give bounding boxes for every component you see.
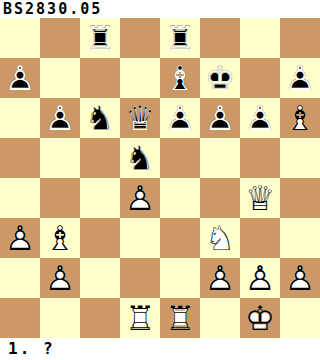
piece-fill-layer: ♟ xyxy=(0,218,40,258)
piece-outline-layer: ♙ xyxy=(0,218,40,258)
piece-fill-layer: ♛ xyxy=(120,98,160,138)
piece-black-queen: ♛♕ xyxy=(120,98,160,138)
square-e5[interactable] xyxy=(160,138,200,178)
square-g2[interactable]: ♟♙ xyxy=(240,258,280,298)
piece-outline-layer: ♙ xyxy=(0,58,40,98)
piece-outline-layer: ♗ xyxy=(280,98,320,138)
piece-outline-layer: ♖ xyxy=(120,298,160,338)
piece-black-rook: ♜♖ xyxy=(80,18,120,58)
piece-fill-layer: ♟ xyxy=(0,58,40,98)
square-d4[interactable]: ♟♙ xyxy=(120,178,160,218)
piece-white-pawn: ♟♙ xyxy=(120,178,160,218)
piece-white-pawn: ♟♙ xyxy=(40,258,80,298)
move-prompt: 1. ? xyxy=(8,338,55,360)
piece-outline-layer: ♖ xyxy=(160,18,200,58)
square-e6[interactable]: ♟♙ xyxy=(160,98,200,138)
square-a6[interactable] xyxy=(0,98,40,138)
square-b6[interactable]: ♟♙ xyxy=(40,98,80,138)
piece-outline-layer: ♙ xyxy=(40,98,80,138)
piece-outline-layer: ♘ xyxy=(80,98,120,138)
piece-outline-layer: ♙ xyxy=(200,98,240,138)
puzzle-title: BS2830.05 xyxy=(3,0,102,18)
square-b3[interactable]: ♝♗ xyxy=(40,218,80,258)
square-a2[interactable] xyxy=(0,258,40,298)
chess-app-window: BS2830.05 ♜♖♜♖♟♙♝♗♚♔♟♙♟♙♞♘♛♕♟♙♟♙♟♙♝♗♞♘♟♙… xyxy=(0,0,320,360)
piece-white-king: ♚♔ xyxy=(240,298,280,338)
piece-fill-layer: ♟ xyxy=(200,98,240,138)
square-g8[interactable] xyxy=(240,18,280,58)
piece-fill-layer: ♜ xyxy=(80,18,120,58)
square-f4[interactable] xyxy=(200,178,240,218)
square-c3[interactable] xyxy=(80,218,120,258)
piece-black-pawn: ♟♙ xyxy=(240,98,280,138)
square-b2[interactable]: ♟♙ xyxy=(40,258,80,298)
square-h2[interactable]: ♟♙ xyxy=(280,258,320,298)
piece-outline-layer: ♙ xyxy=(240,98,280,138)
square-g4[interactable]: ♛♕ xyxy=(240,178,280,218)
square-g3[interactable] xyxy=(240,218,280,258)
square-h1[interactable] xyxy=(280,298,320,338)
square-e3[interactable] xyxy=(160,218,200,258)
square-g1[interactable]: ♚♔ xyxy=(240,298,280,338)
square-b8[interactable] xyxy=(40,18,80,58)
piece-outline-layer: ♙ xyxy=(240,258,280,298)
piece-white-bishop: ♝♗ xyxy=(40,218,80,258)
piece-outline-layer: ♙ xyxy=(120,178,160,218)
square-c4[interactable] xyxy=(80,178,120,218)
square-a8[interactable] xyxy=(0,18,40,58)
piece-fill-layer: ♜ xyxy=(120,298,160,338)
square-b7[interactable] xyxy=(40,58,80,98)
square-f8[interactable] xyxy=(200,18,240,58)
piece-white-queen: ♛♕ xyxy=(240,178,280,218)
square-e8[interactable]: ♜♖ xyxy=(160,18,200,58)
square-c2[interactable] xyxy=(80,258,120,298)
piece-outline-layer: ♕ xyxy=(240,178,280,218)
square-h8[interactable] xyxy=(280,18,320,58)
piece-white-pawn: ♟♙ xyxy=(240,258,280,298)
square-a4[interactable] xyxy=(0,178,40,218)
square-h6[interactable]: ♝♗ xyxy=(280,98,320,138)
piece-fill-layer: ♚ xyxy=(240,298,280,338)
piece-fill-layer: ♟ xyxy=(40,258,80,298)
square-f5[interactable] xyxy=(200,138,240,178)
square-c6[interactable]: ♞♘ xyxy=(80,98,120,138)
piece-outline-layer: ♙ xyxy=(160,98,200,138)
piece-white-pawn: ♟♙ xyxy=(200,258,240,298)
piece-black-knight: ♞♘ xyxy=(120,138,160,178)
piece-fill-layer: ♚ xyxy=(200,58,240,98)
square-a1[interactable] xyxy=(0,298,40,338)
square-d2[interactable] xyxy=(120,258,160,298)
piece-fill-layer: ♛ xyxy=(240,178,280,218)
square-e2[interactable] xyxy=(160,258,200,298)
piece-black-pawn: ♟♙ xyxy=(160,98,200,138)
piece-fill-layer: ♟ xyxy=(200,258,240,298)
piece-outline-layer: ♔ xyxy=(200,58,240,98)
piece-outline-layer: ♗ xyxy=(160,58,200,98)
piece-outline-layer: ♙ xyxy=(280,58,320,98)
piece-outline-layer: ♙ xyxy=(40,258,80,298)
square-f3[interactable]: ♞♘ xyxy=(200,218,240,258)
square-h4[interactable] xyxy=(280,178,320,218)
piece-outline-layer: ♘ xyxy=(120,138,160,178)
square-a5[interactable] xyxy=(0,138,40,178)
square-d8[interactable] xyxy=(120,18,160,58)
square-f6[interactable]: ♟♙ xyxy=(200,98,240,138)
piece-outline-layer: ♘ xyxy=(200,218,240,258)
piece-white-pawn: ♟♙ xyxy=(280,258,320,298)
square-c8[interactable]: ♜♖ xyxy=(80,18,120,58)
piece-black-knight: ♞♘ xyxy=(80,98,120,138)
piece-black-pawn: ♟♙ xyxy=(40,98,80,138)
piece-fill-layer: ♞ xyxy=(80,98,120,138)
piece-fill-layer: ♟ xyxy=(120,178,160,218)
square-g7[interactable] xyxy=(240,58,280,98)
piece-white-rook: ♜♖ xyxy=(160,298,200,338)
piece-black-bishop: ♝♗ xyxy=(160,58,200,98)
piece-fill-layer: ♞ xyxy=(120,138,160,178)
square-d6[interactable]: ♛♕ xyxy=(120,98,160,138)
square-e1[interactable]: ♜♖ xyxy=(160,298,200,338)
square-c5[interactable] xyxy=(80,138,120,178)
piece-outline-layer: ♙ xyxy=(200,258,240,298)
square-e7[interactable]: ♝♗ xyxy=(160,58,200,98)
square-h3[interactable] xyxy=(280,218,320,258)
piece-fill-layer: ♟ xyxy=(280,258,320,298)
piece-fill-layer: ♝ xyxy=(160,58,200,98)
square-e4[interactable] xyxy=(160,178,200,218)
square-d7[interactable] xyxy=(120,58,160,98)
piece-fill-layer: ♜ xyxy=(160,298,200,338)
piece-black-king: ♚♔ xyxy=(200,58,240,98)
square-d5[interactable]: ♞♘ xyxy=(120,138,160,178)
piece-fill-layer: ♟ xyxy=(240,98,280,138)
square-b4[interactable] xyxy=(40,178,80,218)
square-b1[interactable] xyxy=(40,298,80,338)
piece-fill-layer: ♝ xyxy=(280,98,320,138)
piece-white-knight: ♞♘ xyxy=(200,218,240,258)
square-h5[interactable] xyxy=(280,138,320,178)
piece-black-pawn: ♟♙ xyxy=(0,58,40,98)
piece-white-rook: ♜♖ xyxy=(120,298,160,338)
piece-outline-layer: ♖ xyxy=(160,298,200,338)
piece-black-rook: ♜♖ xyxy=(160,18,200,58)
piece-fill-layer: ♞ xyxy=(200,218,240,258)
piece-fill-layer: ♜ xyxy=(160,18,200,58)
square-f7[interactable]: ♚♔ xyxy=(200,58,240,98)
piece-outline-layer: ♖ xyxy=(80,18,120,58)
square-c1[interactable] xyxy=(80,298,120,338)
square-c7[interactable] xyxy=(80,58,120,98)
square-h7[interactable]: ♟♙ xyxy=(280,58,320,98)
piece-fill-layer: ♝ xyxy=(40,218,80,258)
square-a7[interactable]: ♟♙ xyxy=(0,58,40,98)
piece-fill-layer: ♟ xyxy=(160,98,200,138)
square-g6[interactable]: ♟♙ xyxy=(240,98,280,138)
square-g5[interactable] xyxy=(240,138,280,178)
piece-white-bishop: ♝♗ xyxy=(280,98,320,138)
square-d3[interactable] xyxy=(120,218,160,258)
square-b5[interactable] xyxy=(40,138,80,178)
piece-fill-layer: ♟ xyxy=(40,98,80,138)
square-f1[interactable] xyxy=(200,298,240,338)
piece-fill-layer: ♟ xyxy=(280,58,320,98)
square-a3[interactable]: ♟♙ xyxy=(0,218,40,258)
piece-fill-layer: ♟ xyxy=(240,258,280,298)
chess-board: ♜♖♜♖♟♙♝♗♚♔♟♙♟♙♞♘♛♕♟♙♟♙♟♙♝♗♞♘♟♙♛♕♟♙♝♗♞♘♟♙… xyxy=(0,18,320,338)
piece-outline-layer: ♙ xyxy=(280,258,320,298)
piece-outline-layer: ♕ xyxy=(120,98,160,138)
square-d1[interactable]: ♜♖ xyxy=(120,298,160,338)
piece-outline-layer: ♔ xyxy=(240,298,280,338)
piece-black-pawn: ♟♙ xyxy=(280,58,320,98)
piece-black-pawn: ♟♙ xyxy=(200,98,240,138)
piece-white-pawn: ♟♙ xyxy=(0,218,40,258)
piece-outline-layer: ♗ xyxy=(40,218,80,258)
square-f2[interactable]: ♟♙ xyxy=(200,258,240,298)
